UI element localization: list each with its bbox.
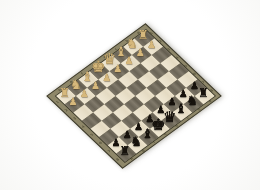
piece-black-knight-b8[interactable]: ♞ [186, 94, 198, 107]
board-coordinate-label: 8 [116, 158, 120, 162]
piece-black-rook-h8[interactable]: ♜ [119, 145, 130, 157]
piece-black-king-e8[interactable]: ♚ [151, 117, 165, 133]
piece-black-bishop-f8[interactable]: ♝ [141, 127, 153, 140]
piece-black-bishop-c8[interactable]: ♝ [175, 103, 187, 116]
board-coordinate-label: 2 [64, 108, 68, 112]
board-coordinate-label: 7 [107, 150, 111, 154]
piece-white-pawn-g2[interactable]: ♟ [80, 89, 89, 99]
photo-scene: hh11gg22ff33ee44dd55cc66bb77aa88 ♜♞♝♛♚♝♞… [0, 0, 260, 190]
piece-white-pawn-h2[interactable]: ♟ [69, 97, 78, 107]
board-coordinate-label: 4 [81, 125, 85, 129]
piece-white-pawn-d2[interactable]: ♟ [114, 64, 123, 74]
piece-white-pawn-e2[interactable]: ♟ [102, 72, 111, 82]
board-coordinate-label: 5 [90, 133, 94, 137]
board-coordinate-label: 6 [98, 141, 102, 145]
piece-black-knight-g8[interactable]: ♞ [130, 136, 142, 149]
piece-white-pawn-f2[interactable]: ♟ [91, 80, 100, 90]
piece-black-rook-a8[interactable]: ♜ [198, 87, 209, 99]
piece-white-pawn-a2[interactable]: ♟ [147, 39, 156, 49]
piece-white-pawn-c2[interactable]: ♟ [125, 56, 134, 66]
piece-white-pawn-b2[interactable]: ♟ [136, 47, 145, 57]
board-coordinate-label: 3 [73, 117, 77, 121]
board-coordinate-label: 1 [55, 100, 59, 104]
